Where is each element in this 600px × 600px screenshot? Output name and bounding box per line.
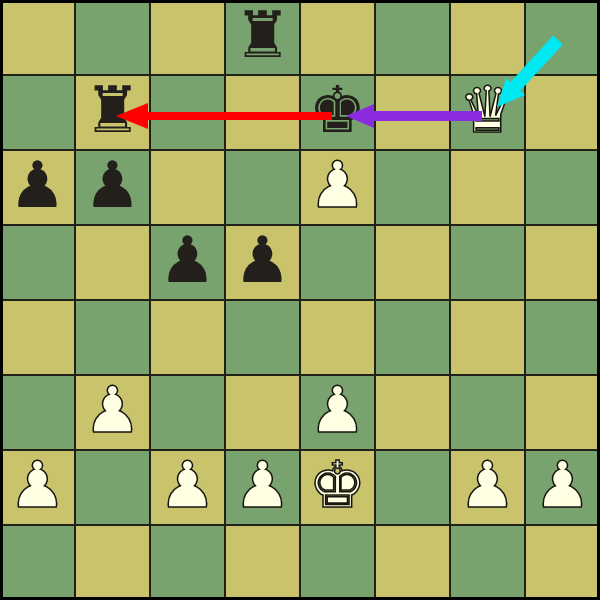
square-h4[interactable] [525, 300, 600, 375]
square-e2[interactable]: ♚ [300, 450, 375, 525]
square-g7[interactable]: ♛ [450, 75, 525, 150]
square-d3[interactable] [225, 375, 300, 450]
piece-white-pawn-d2[interactable]: ♟ [234, 449, 291, 522]
piece-white-pawn-b3[interactable]: ♟ [84, 374, 141, 447]
square-g8[interactable] [450, 0, 525, 75]
square-b5[interactable] [75, 225, 150, 300]
square-d7[interactable] [225, 75, 300, 150]
square-f7[interactable] [375, 75, 450, 150]
square-b2[interactable] [75, 450, 150, 525]
square-a5[interactable] [0, 225, 75, 300]
square-b4[interactable] [75, 300, 150, 375]
piece-white-queen-g7[interactable]: ♛ [459, 74, 516, 147]
piece-white-pawn-g2[interactable]: ♟ [459, 449, 516, 522]
square-b3[interactable]: ♟ [75, 375, 150, 450]
square-c6[interactable] [150, 150, 225, 225]
square-h6[interactable] [525, 150, 600, 225]
square-c4[interactable] [150, 300, 225, 375]
square-c7[interactable] [150, 75, 225, 150]
square-g6[interactable] [450, 150, 525, 225]
square-f2[interactable] [375, 450, 450, 525]
square-e3[interactable]: ♟ [300, 375, 375, 450]
square-e7[interactable]: ♚ [300, 75, 375, 150]
piece-white-pawn-a2[interactable]: ♟ [9, 449, 66, 522]
piece-black-king-e7[interactable]: ♚ [309, 74, 366, 147]
square-d5[interactable]: ♟ [225, 225, 300, 300]
piece-black-rook-d8[interactable]: ♜ [234, 0, 291, 72]
square-h7[interactable] [525, 75, 600, 150]
piece-white-pawn-h2[interactable]: ♟ [534, 449, 591, 522]
square-e6[interactable]: ♟ [300, 150, 375, 225]
square-h5[interactable] [525, 225, 600, 300]
square-h3[interactable] [525, 375, 600, 450]
piece-white-pawn-e6[interactable]: ♟ [309, 149, 366, 222]
square-b7[interactable]: ♜ [75, 75, 150, 150]
square-c1[interactable] [150, 525, 225, 600]
square-h1[interactable] [525, 525, 600, 600]
square-e4[interactable] [300, 300, 375, 375]
piece-white-pawn-c2[interactable]: ♟ [159, 449, 216, 522]
square-f6[interactable] [375, 150, 450, 225]
square-c5[interactable]: ♟ [150, 225, 225, 300]
square-a8[interactable] [0, 0, 75, 75]
square-f1[interactable] [375, 525, 450, 600]
piece-black-pawn-a6[interactable]: ♟ [9, 149, 66, 222]
chess-board: ♜♜♚♛♟♟♟♟♟♟♟♟♟♟♚♟♟ [0, 0, 600, 600]
square-a3[interactable] [0, 375, 75, 450]
piece-black-pawn-c5[interactable]: ♟ [159, 224, 216, 297]
square-h8[interactable] [525, 0, 600, 75]
square-d8[interactable]: ♜ [225, 0, 300, 75]
square-e1[interactable] [300, 525, 375, 600]
square-g2[interactable]: ♟ [450, 450, 525, 525]
square-a2[interactable]: ♟ [0, 450, 75, 525]
square-f4[interactable] [375, 300, 450, 375]
square-b8[interactable] [75, 0, 150, 75]
piece-black-pawn-b6[interactable]: ♟ [84, 149, 141, 222]
square-g5[interactable] [450, 225, 525, 300]
piece-white-pawn-e3[interactable]: ♟ [309, 374, 366, 447]
piece-black-rook-b7[interactable]: ♜ [84, 74, 141, 147]
square-a6[interactable]: ♟ [0, 150, 75, 225]
square-f8[interactable] [375, 0, 450, 75]
square-d2[interactable]: ♟ [225, 450, 300, 525]
square-d1[interactable] [225, 525, 300, 600]
square-g4[interactable] [450, 300, 525, 375]
square-d4[interactable] [225, 300, 300, 375]
square-a7[interactable] [0, 75, 75, 150]
square-c3[interactable] [150, 375, 225, 450]
square-e5[interactable] [300, 225, 375, 300]
square-a4[interactable] [0, 300, 75, 375]
piece-black-pawn-d5[interactable]: ♟ [234, 224, 291, 297]
square-g1[interactable] [450, 525, 525, 600]
square-e8[interactable] [300, 0, 375, 75]
square-d6[interactable] [225, 150, 300, 225]
square-h2[interactable]: ♟ [525, 450, 600, 525]
square-c2[interactable]: ♟ [150, 450, 225, 525]
piece-white-king-e2[interactable]: ♚ [309, 449, 366, 522]
square-g3[interactable] [450, 375, 525, 450]
square-b1[interactable] [75, 525, 150, 600]
square-a1[interactable] [0, 525, 75, 600]
square-c8[interactable] [150, 0, 225, 75]
square-b6[interactable]: ♟ [75, 150, 150, 225]
square-f3[interactable] [375, 375, 450, 450]
square-f5[interactable] [375, 225, 450, 300]
